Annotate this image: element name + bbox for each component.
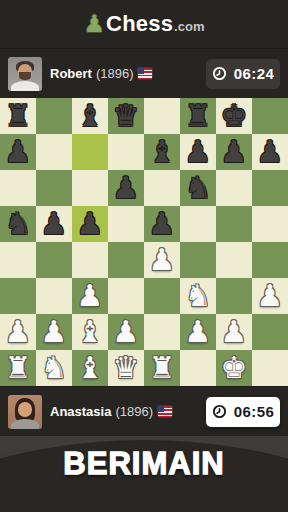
- piece-white-pawn[interactable]: ♟: [108, 314, 144, 350]
- opponent-rating: (1896): [96, 66, 134, 81]
- piece-white-queen[interactable]: ♛: [108, 350, 144, 386]
- square-c5[interactable]: ♟: [72, 206, 108, 242]
- square-e2[interactable]: [144, 314, 180, 350]
- player-info: Anastasia (1896): [50, 404, 206, 419]
- square-f6[interactable]: ♞: [180, 170, 216, 206]
- square-a5[interactable]: ♞: [0, 206, 36, 242]
- square-e5[interactable]: ♟: [144, 206, 180, 242]
- square-g3[interactable]: [216, 278, 252, 314]
- piece-black-knight[interactable]: ♞: [0, 206, 36, 242]
- square-g5[interactable]: [216, 206, 252, 242]
- square-f7[interactable]: ♟: [180, 134, 216, 170]
- opponent-clock: 06:24: [206, 59, 280, 89]
- piece-black-rook[interactable]: ♜: [0, 98, 36, 134]
- square-b7[interactable]: [36, 134, 72, 170]
- us-flag-icon: [158, 406, 172, 417]
- square-e1[interactable]: ♜: [144, 350, 180, 386]
- us-flag-icon: [138, 68, 152, 79]
- brand-tld: .com: [174, 19, 204, 34]
- square-c6[interactable]: [72, 170, 108, 206]
- player-clock: 06:56: [206, 397, 280, 427]
- square-d5[interactable]: [108, 206, 144, 242]
- square-e6[interactable]: [144, 170, 180, 206]
- opponent-name: Robert: [50, 66, 92, 81]
- clock-icon: [212, 66, 227, 81]
- piece-white-bishop[interactable]: ♝: [72, 314, 108, 350]
- square-b3[interactable]: [36, 278, 72, 314]
- square-h1[interactable]: [252, 350, 288, 386]
- piece-white-pawn[interactable]: ♟: [36, 314, 72, 350]
- piece-black-bishop[interactable]: ♝: [72, 98, 108, 134]
- square-h2[interactable]: [252, 314, 288, 350]
- avatar-shirt: [11, 81, 39, 91]
- square-g7[interactable]: ♟: [216, 134, 252, 170]
- square-h5[interactable]: [252, 206, 288, 242]
- square-h8[interactable]: [252, 98, 288, 134]
- piece-white-pawn[interactable]: ♟: [0, 314, 36, 350]
- square-a8[interactable]: ♜: [0, 98, 36, 134]
- square-f1[interactable]: [180, 350, 216, 386]
- square-b6[interactable]: [36, 170, 72, 206]
- piece-white-knight[interactable]: ♞: [180, 278, 216, 314]
- square-b1[interactable]: ♞: [36, 350, 72, 386]
- square-c4[interactable]: [72, 242, 108, 278]
- square-b4[interactable]: [36, 242, 72, 278]
- player-name: Anastasia: [50, 404, 111, 419]
- square-c1[interactable]: ♝: [72, 350, 108, 386]
- square-h7[interactable]: ♟: [252, 134, 288, 170]
- square-b5[interactable]: ♟: [36, 206, 72, 242]
- avatar-face: [18, 402, 32, 417]
- piece-white-rook[interactable]: ♜: [144, 350, 180, 386]
- piece-black-king[interactable]: ♚: [216, 98, 252, 134]
- piece-white-pawn[interactable]: ♟: [72, 278, 108, 314]
- player-time: 06:56: [234, 403, 274, 420]
- app-header: ♟ Chess .com: [0, 0, 288, 48]
- piece-black-knight[interactable]: ♞: [180, 170, 216, 206]
- square-d1[interactable]: ♛: [108, 350, 144, 386]
- app-screen: ♟ Chess .com Robert (1896) 06:24 ♜♝♛♜♚♟♝…: [0, 0, 288, 512]
- square-f2[interactable]: ♟: [180, 314, 216, 350]
- square-g2[interactable]: ♟: [216, 314, 252, 350]
- square-h6[interactable]: [252, 170, 288, 206]
- piece-white-pawn[interactable]: ♟: [180, 314, 216, 350]
- brand-name: Chess: [106, 11, 173, 37]
- opponent-bar: Robert (1896) 06:24: [0, 48, 288, 98]
- square-b8[interactable]: [36, 98, 72, 134]
- opponent-info: Robert (1896): [50, 66, 206, 81]
- square-d3[interactable]: [108, 278, 144, 314]
- piece-white-pawn[interactable]: ♟: [144, 242, 180, 278]
- square-f4[interactable]: [180, 242, 216, 278]
- piece-white-king[interactable]: ♚: [216, 350, 252, 386]
- piece-black-pawn[interactable]: ♟: [72, 206, 108, 242]
- square-c8[interactable]: ♝: [72, 98, 108, 134]
- piece-black-pawn[interactable]: ♟: [252, 134, 288, 170]
- clock-icon: [212, 404, 227, 419]
- square-e4[interactable]: ♟: [144, 242, 180, 278]
- square-a6[interactable]: [0, 170, 36, 206]
- square-b2[interactable]: ♟: [36, 314, 72, 350]
- player-avatar[interactable]: [8, 395, 42, 429]
- square-g1[interactable]: ♚: [216, 350, 252, 386]
- piece-black-pawn[interactable]: ♟: [0, 134, 36, 170]
- chess-board[interactable]: ♜♝♛♜♚♟♝♟♟♟♟♞♞♟♟♟♟♟♞♟♟♟♝♟♟♟♜♞♝♛♜♚: [0, 98, 288, 386]
- piece-white-bishop[interactable]: ♝: [72, 350, 108, 386]
- square-e3[interactable]: [144, 278, 180, 314]
- square-f5[interactable]: [180, 206, 216, 242]
- square-e7[interactable]: ♝: [144, 134, 180, 170]
- piece-black-pawn[interactable]: ♟: [144, 206, 180, 242]
- square-c7[interactable]: [72, 134, 108, 170]
- square-g4[interactable]: [216, 242, 252, 278]
- piece-white-pawn[interactable]: ♟: [216, 314, 252, 350]
- piece-black-pawn[interactable]: ♟: [216, 134, 252, 170]
- square-f8[interactable]: ♜: [180, 98, 216, 134]
- square-a1[interactable]: ♜: [0, 350, 36, 386]
- pawn-logo-icon: ♟: [84, 12, 106, 36]
- square-d2[interactable]: ♟: [108, 314, 144, 350]
- avatar-beard: [19, 72, 31, 80]
- square-d4[interactable]: [108, 242, 144, 278]
- piece-black-bishop[interactable]: ♝: [144, 134, 180, 170]
- square-f3[interactable]: ♞: [180, 278, 216, 314]
- piece-black-pawn[interactable]: ♟: [36, 206, 72, 242]
- square-d6[interactable]: ♟: [108, 170, 144, 206]
- player-bar: Anastasia (1896) 06:56: [0, 386, 288, 436]
- avatar-shirt: [11, 419, 39, 429]
- square-d7[interactable]: [108, 134, 144, 170]
- piece-black-queen[interactable]: ♛: [108, 98, 144, 134]
- piece-white-knight[interactable]: ♞: [36, 350, 72, 386]
- piece-black-pawn[interactable]: ♟: [180, 134, 216, 170]
- square-c3[interactable]: ♟: [72, 278, 108, 314]
- opponent-avatar[interactable]: [8, 57, 42, 91]
- square-e8[interactable]: [144, 98, 180, 134]
- player-rating: (1896): [115, 404, 153, 419]
- square-a3[interactable]: [0, 278, 36, 314]
- square-c2[interactable]: ♝: [72, 314, 108, 350]
- chesscom-logo[interactable]: ♟ Chess .com: [84, 11, 205, 37]
- square-d8[interactable]: ♛: [108, 98, 144, 134]
- square-a4[interactable]: [0, 242, 36, 278]
- square-h3[interactable]: ♟: [252, 278, 288, 314]
- piece-black-pawn[interactable]: ♟: [108, 170, 144, 206]
- piece-black-rook[interactable]: ♜: [180, 98, 216, 134]
- bottom-panel: BERIMAIN: [0, 436, 288, 512]
- square-a2[interactable]: ♟: [0, 314, 36, 350]
- piece-white-pawn[interactable]: ♟: [252, 278, 288, 314]
- piece-white-rook[interactable]: ♜: [0, 350, 36, 386]
- square-h4[interactable]: [252, 242, 288, 278]
- square-g6[interactable]: [216, 170, 252, 206]
- opponent-time: 06:24: [234, 65, 274, 82]
- play-button[interactable]: BERIMAIN: [0, 446, 288, 482]
- square-g8[interactable]: ♚: [216, 98, 252, 134]
- square-a7[interactable]: ♟: [0, 134, 36, 170]
